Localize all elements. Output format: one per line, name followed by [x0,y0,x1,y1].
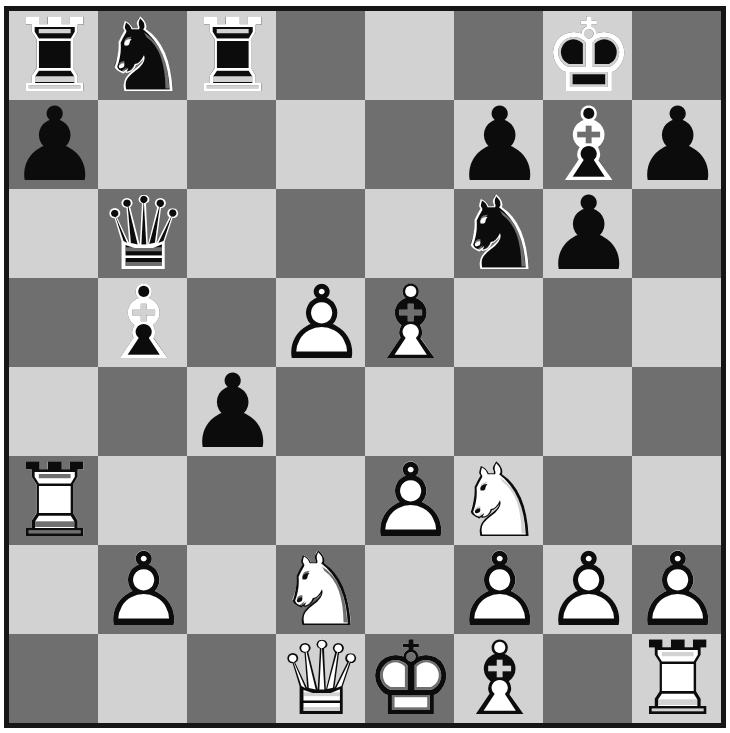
square-d7[interactable] [276,100,365,189]
square-c1[interactable] [187,634,276,723]
square-e1[interactable]: ♚♔ [365,634,454,723]
piece-outline: ♔ [365,634,456,723]
black-knight-icon[interactable]: ♞♘ [98,11,187,100]
piece-fill: ♟ [543,189,634,278]
square-f5[interactable] [454,278,543,367]
piece-outline: ♘ [454,189,545,278]
square-a2[interactable] [9,545,98,634]
piece-outline: ♗ [98,278,189,367]
chess-diagram: ♜♖♞♘♜♖♚♔♟♟♝♗♟♛♕♞♘♟♝♗♟♙♝♗♟♜♖♟♙♞♘♟♙♞♘♟♙♟♙♟… [0,0,730,733]
square-c4[interactable]: ♟ [187,367,276,456]
white-bishop-icon[interactable]: ♝♗ [365,278,454,367]
square-c7[interactable] [187,100,276,189]
black-rook-icon[interactable]: ♜♖ [187,11,276,100]
square-d1[interactable]: ♛♕ [276,634,365,723]
square-a1[interactable] [9,634,98,723]
black-pawn-icon[interactable]: ♟ [632,100,721,189]
square-d5[interactable]: ♟♙ [276,278,365,367]
piece-outline: ♙ [365,456,456,545]
square-h7[interactable]: ♟ [632,100,721,189]
piece-fill: ♟ [632,100,723,189]
square-h5[interactable] [632,278,721,367]
piece-outline: ♖ [9,456,100,545]
white-pawn-icon[interactable]: ♟♙ [543,545,632,634]
piece-outline: ♖ [187,11,278,100]
square-h4[interactable] [632,367,721,456]
square-f6[interactable]: ♞♘ [454,189,543,278]
square-a7[interactable]: ♟ [9,100,98,189]
square-b5[interactable]: ♝♗ [98,278,187,367]
square-b1[interactable] [98,634,187,723]
square-e5[interactable]: ♝♗ [365,278,454,367]
white-pawn-icon[interactable]: ♟♙ [276,278,365,367]
piece-outline: ♙ [543,545,634,634]
square-g2[interactable]: ♟♙ [543,545,632,634]
square-b4[interactable] [98,367,187,456]
black-pawn-icon[interactable]: ♟ [187,367,276,456]
square-h6[interactable] [632,189,721,278]
piece-fill: ♟ [187,367,278,456]
black-bishop-icon[interactable]: ♝♗ [98,278,187,367]
square-b8[interactable]: ♞♘ [98,11,187,100]
chess-board: ♜♖♞♘♜♖♚♔♟♟♝♗♟♛♕♞♘♟♝♗♟♙♝♗♟♜♖♟♙♞♘♟♙♞♘♟♙♟♙♟… [4,6,726,728]
piece-outline: ♖ [632,634,723,723]
white-rook-icon[interactable]: ♜♖ [9,456,98,545]
square-d8[interactable] [276,11,365,100]
white-bishop-icon[interactable]: ♝♗ [454,634,543,723]
square-a3[interactable]: ♜♖ [9,456,98,545]
square-d4[interactable] [276,367,365,456]
white-king-icon[interactable]: ♚♔ [365,634,454,723]
square-e8[interactable] [365,11,454,100]
piece-outline: ♗ [454,634,545,723]
square-b2[interactable]: ♟♙ [98,545,187,634]
square-a5[interactable] [9,278,98,367]
white-pawn-icon[interactable]: ♟♙ [98,545,187,634]
square-g6[interactable]: ♟ [543,189,632,278]
square-g1[interactable] [543,634,632,723]
square-g5[interactable] [543,278,632,367]
piece-outline: ♙ [98,545,189,634]
square-c2[interactable] [187,545,276,634]
square-c3[interactable] [187,456,276,545]
piece-outline: ♕ [276,634,367,723]
square-e7[interactable] [365,100,454,189]
piece-outline: ♗ [365,278,456,367]
square-h1[interactable]: ♜♖ [632,634,721,723]
white-queen-icon[interactable]: ♛♕ [276,634,365,723]
square-e3[interactable]: ♟♙ [365,456,454,545]
square-c6[interactable] [187,189,276,278]
piece-outline: ♘ [98,11,189,100]
square-f1[interactable]: ♝♗ [454,634,543,723]
piece-fill: ♟ [9,100,100,189]
black-knight-icon[interactable]: ♞♘ [454,189,543,278]
black-pawn-icon[interactable]: ♟ [543,189,632,278]
black-pawn-icon[interactable]: ♟ [9,100,98,189]
square-g4[interactable] [543,367,632,456]
white-rook-icon[interactable]: ♜♖ [632,634,721,723]
square-a6[interactable] [9,189,98,278]
square-c8[interactable]: ♜♖ [187,11,276,100]
piece-outline: ♙ [276,278,367,367]
white-pawn-icon[interactable]: ♟♙ [365,456,454,545]
